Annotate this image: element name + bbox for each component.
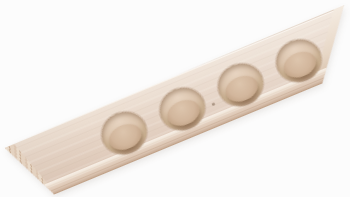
pits-grid xyxy=(87,29,336,164)
board-rotation-wrapper xyxy=(4,5,350,197)
product-photo-canvas xyxy=(0,0,350,197)
mancala-board xyxy=(4,5,350,197)
